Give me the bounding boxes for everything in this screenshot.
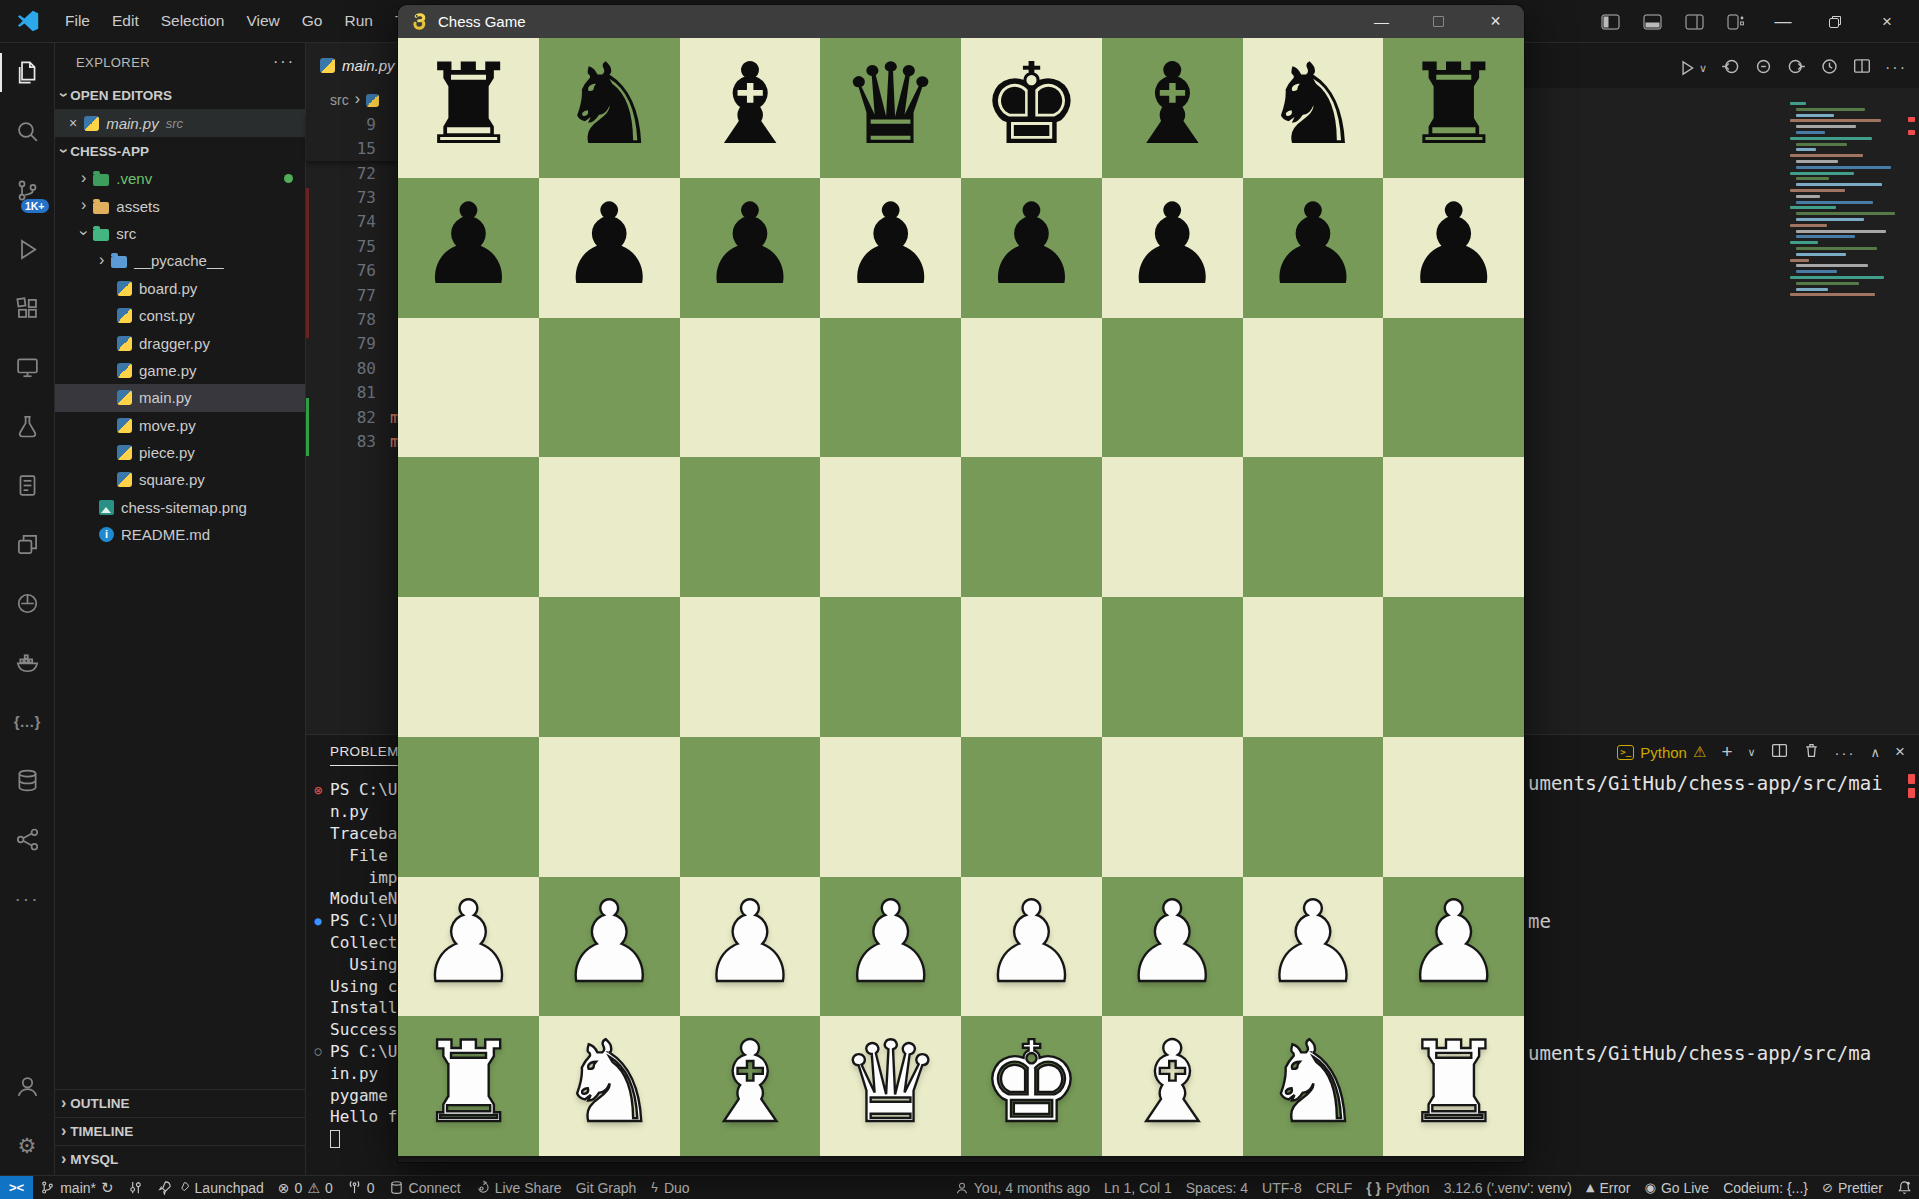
terminal-line: me bbox=[1528, 910, 1551, 932]
square-d3[interactable] bbox=[820, 737, 961, 877]
python-circle-icon[interactable] bbox=[0, 574, 55, 633]
terminal-line: imp bbox=[306, 866, 398, 888]
square-a6[interactable] bbox=[398, 318, 539, 458]
tree-item-game-py[interactable]: game.py bbox=[55, 357, 305, 384]
square-a8[interactable]: ♜ bbox=[398, 38, 539, 178]
square-d5[interactable] bbox=[820, 457, 961, 597]
terminal-line: uments/GitHub/chess-app/src/ma bbox=[1528, 1042, 1871, 1064]
explorer-more-icon[interactable]: ··· bbox=[273, 53, 295, 71]
square-g4[interactable] bbox=[1243, 597, 1384, 737]
line-number: 73 bbox=[306, 188, 376, 207]
timeline-section[interactable]: › TIMELINE bbox=[55, 1117, 305, 1145]
piece-black-pawn-a7[interactable]: ♟ bbox=[418, 188, 518, 300]
terminal-text: PS C:\U bbox=[330, 911, 397, 930]
tree-item-label: README.md bbox=[121, 526, 210, 543]
new-terminal-button[interactable]: + bbox=[1721, 741, 1732, 763]
chevron-right-icon: › bbox=[61, 1151, 66, 1167]
remote-indicator[interactable]: >< bbox=[0, 1176, 33, 1199]
tree-item-board-py[interactable]: board.py bbox=[55, 275, 305, 302]
account-icon[interactable] bbox=[0, 1057, 55, 1116]
chevron-down-icon: › bbox=[56, 148, 72, 153]
run-python-button[interactable]: ∨ bbox=[1678, 59, 1707, 77]
square-e3[interactable] bbox=[961, 737, 1102, 877]
menu-view[interactable]: View bbox=[235, 7, 290, 35]
tree-item--venv[interactable]: ›.venv bbox=[55, 165, 305, 192]
square-b5[interactable] bbox=[539, 457, 680, 597]
gitlens-blame-item[interactable]: You, 4 months ago bbox=[948, 1176, 1097, 1199]
python-file-icon bbox=[117, 418, 132, 433]
kill-terminal-icon[interactable] bbox=[1803, 742, 1820, 762]
square-d6[interactable] bbox=[820, 318, 961, 458]
duo-item[interactable]: ϟDuo bbox=[643, 1176, 696, 1199]
terminal-line: ○PS C:\U bbox=[306, 1041, 398, 1063]
piece-black-bishop-f8[interactable]: ♝ bbox=[1122, 48, 1222, 160]
chevron-right-icon: › bbox=[99, 252, 104, 268]
square-a2[interactable]: ♟ bbox=[398, 877, 539, 1017]
square-a3[interactable] bbox=[398, 737, 539, 877]
extensions-icon[interactable] bbox=[0, 279, 55, 338]
square-g3[interactable] bbox=[1243, 737, 1384, 877]
square-b7[interactable]: ♟ bbox=[539, 178, 680, 318]
chess-window-controls: — × bbox=[1353, 5, 1524, 38]
editor-toolbar: ∨ ··· bbox=[1678, 50, 1907, 86]
code-line-73[interactable]: 73 bbox=[306, 185, 398, 209]
tree-item-readme-md[interactable]: iREADME.md bbox=[55, 521, 305, 548]
command-pending-icon: ○ bbox=[306, 1044, 330, 1058]
piece-black-pawn-g7[interactable]: ♟ bbox=[1263, 188, 1363, 300]
square-b6[interactable] bbox=[539, 318, 680, 458]
square-c8[interactable]: ♝ bbox=[680, 38, 821, 178]
square-a4[interactable] bbox=[398, 597, 539, 737]
piece-white-bishop-f1[interactable]: ♝ bbox=[1122, 1026, 1222, 1138]
piece-black-bishop-c8[interactable]: ♝ bbox=[700, 48, 800, 160]
overview-ruler-error bbox=[1908, 130, 1915, 135]
square-f7[interactable]: ♟ bbox=[1102, 178, 1243, 318]
titlebar-actions: — × bbox=[1593, 0, 1919, 43]
testing-beaker-icon[interactable] bbox=[0, 397, 55, 456]
problems-item[interactable]: ⊗0 ⚠0 bbox=[271, 1176, 340, 1199]
piece-white-pawn-e2[interactable]: ♟ bbox=[981, 886, 1081, 998]
square-f3[interactable] bbox=[1102, 737, 1243, 877]
square-d2[interactable]: ♟ bbox=[820, 877, 961, 1017]
breadcrumb[interactable]: src › bbox=[306, 88, 379, 112]
piece-white-pawn-h2[interactable]: ♟ bbox=[1403, 886, 1503, 998]
open-editor-main-py[interactable]: × main.py src bbox=[55, 109, 305, 137]
piece-white-pawn-a2[interactable]: ♟ bbox=[418, 886, 518, 998]
piece-white-queen-d1[interactable]: ♛ bbox=[840, 1026, 940, 1138]
terminal-text: File bbox=[330, 846, 388, 865]
tree-item-label: __pycache__ bbox=[134, 252, 223, 269]
square-b2[interactable]: ♟ bbox=[539, 877, 680, 1017]
maximize-panel-icon[interactable]: ∧ bbox=[1871, 745, 1881, 760]
square-e1[interactable]: ♚ bbox=[961, 1016, 1102, 1156]
square-h2[interactable]: ♟ bbox=[1383, 877, 1524, 1017]
code-line-78[interactable]: 78 bbox=[306, 307, 398, 331]
square-h1[interactable]: ♜ bbox=[1383, 1016, 1524, 1156]
code-line-81[interactable]: 81 bbox=[306, 381, 398, 405]
tree-item-assets[interactable]: ›assets bbox=[55, 192, 305, 219]
minimap[interactable] bbox=[1790, 102, 1900, 307]
windows-icon[interactable] bbox=[0, 515, 55, 574]
tree-item-piece-py[interactable]: piece.py bbox=[55, 439, 305, 466]
tab-problems[interactable]: PROBLEMS bbox=[330, 744, 408, 759]
explorer-title: EXPLORER bbox=[76, 55, 150, 70]
square-f1[interactable]: ♝ bbox=[1102, 1016, 1243, 1156]
piece-black-pawn-b7[interactable]: ♟ bbox=[559, 188, 659, 300]
piece-white-king-e1[interactable]: ♚ bbox=[981, 1026, 1081, 1138]
toggle-secondary-sidebar-icon[interactable] bbox=[1677, 7, 1711, 37]
piece-black-pawn-e7[interactable]: ♟ bbox=[981, 188, 1081, 300]
square-c1[interactable]: ♝ bbox=[680, 1016, 821, 1156]
braces-icon[interactable]: {…} bbox=[0, 692, 55, 751]
terminal-text: pygame bbox=[330, 1086, 388, 1105]
mysql-section[interactable]: › MYSQL bbox=[55, 1145, 305, 1173]
notifications-bell-icon[interactable] bbox=[1890, 1176, 1919, 1199]
piece-black-king-e8[interactable]: ♚ bbox=[981, 48, 1081, 160]
nav-current-icon[interactable] bbox=[1754, 57, 1773, 80]
tree-item-label: assets bbox=[116, 198, 159, 215]
square-a5[interactable] bbox=[398, 457, 539, 597]
toggle-panel-icon[interactable] bbox=[1635, 7, 1669, 37]
code-line-77[interactable]: 77 bbox=[306, 283, 398, 307]
tree-item-dragger-py[interactable]: dragger.py bbox=[55, 329, 305, 356]
launchpad-item[interactable]: Launchpad bbox=[150, 1176, 271, 1199]
git-graph-item[interactable]: Git Graph bbox=[569, 1176, 644, 1199]
menu-selection[interactable]: Selection bbox=[150, 7, 236, 35]
project-header[interactable]: › CHESS-APP bbox=[55, 137, 305, 165]
terminal-shell-item[interactable]: >_ Python ⚠ bbox=[1617, 743, 1706, 761]
indentation-item[interactable]: Spaces: 4 bbox=[1179, 1176, 1255, 1199]
sliders-item[interactable] bbox=[121, 1176, 150, 1199]
terminal-line bbox=[306, 1128, 398, 1150]
piece-white-knight-b1[interactable]: ♞ bbox=[559, 1026, 659, 1138]
vscode-logo-icon bbox=[16, 9, 40, 33]
gutter-error-bar bbox=[306, 188, 309, 338]
piece-white-knight-g1[interactable]: ♞ bbox=[1263, 1026, 1363, 1138]
terminal-line: Traceba bbox=[306, 823, 398, 845]
terminal-text: Using c bbox=[330, 977, 397, 996]
run-dropdown-icon[interactable]: ∨ bbox=[1699, 62, 1707, 75]
tree-item-label: piece.py bbox=[139, 444, 195, 461]
code-line-83[interactable]: 83m bbox=[306, 429, 398, 453]
chess-minimize-button[interactable]: — bbox=[1353, 5, 1410, 38]
toggle-sidebar-icon[interactable] bbox=[1593, 7, 1627, 37]
piece-white-pawn-b2[interactable]: ♟ bbox=[559, 886, 659, 998]
square-b3[interactable] bbox=[539, 737, 680, 877]
status-bar: >< main* ↻ Launchpad ⊗0 ⚠0 0 Connect L bbox=[0, 1175, 1919, 1199]
piece-black-queen-d8[interactable]: ♛ bbox=[840, 48, 940, 160]
menu-edit[interactable]: Edit bbox=[101, 7, 150, 35]
notes-file-icon[interactable] bbox=[0, 456, 55, 515]
remote-explorer-icon[interactable] bbox=[0, 338, 55, 397]
square-f2[interactable]: ♟ bbox=[1102, 877, 1243, 1017]
chevron-right-icon: › bbox=[355, 91, 360, 107]
chess-close-button[interactable]: × bbox=[1467, 5, 1524, 38]
eol-item[interactable]: CRLF bbox=[1309, 1176, 1360, 1199]
piece-black-pawn-f7[interactable]: ♟ bbox=[1122, 188, 1222, 300]
terminal-text: Traceba bbox=[330, 824, 397, 843]
tree-item-const-py[interactable]: const.py bbox=[55, 302, 305, 329]
window-restore-button[interactable] bbox=[1813, 0, 1857, 43]
python-file-icon bbox=[117, 336, 132, 351]
go-live-item[interactable]: ◉Go Live bbox=[1638, 1176, 1717, 1199]
line-number: 76 bbox=[306, 261, 376, 280]
chess-game-window: Chess Game — × ♜♞♝♛♚♝♞♜♟♟♟♟♟♟♟♟♟♟♟♟♟♟♟♟♜… bbox=[398, 5, 1524, 1162]
square-c4[interactable] bbox=[680, 597, 821, 737]
square-h4[interactable] bbox=[1383, 597, 1524, 737]
line-number: 78 bbox=[306, 310, 376, 329]
line-number: 77 bbox=[306, 286, 376, 305]
open-editors-header[interactable]: › OPEN EDITORS bbox=[55, 81, 305, 109]
terminal-line: ●PS C:\U bbox=[306, 910, 398, 932]
window-minimize-button[interactable]: — bbox=[1761, 0, 1805, 43]
square-g2[interactable]: ♟ bbox=[1243, 877, 1384, 1017]
square-f6[interactable] bbox=[1102, 318, 1243, 458]
line-number: 81 bbox=[306, 383, 376, 402]
square-f8[interactable]: ♝ bbox=[1102, 38, 1243, 178]
line-number: 82 bbox=[306, 408, 376, 427]
piece-black-rook-h8[interactable]: ♜ bbox=[1403, 48, 1503, 160]
piece-white-pawn-c2[interactable]: ♟ bbox=[700, 886, 800, 998]
file-tree: ›.venv›assets›src›__pycache__board.pycon… bbox=[55, 165, 305, 548]
settings-gear-icon[interactable]: ⚙ bbox=[0, 1116, 55, 1175]
tree-item-move-py[interactable]: move.py bbox=[55, 412, 305, 439]
close-panel-icon[interactable]: × bbox=[1895, 742, 1905, 762]
tree-item-label: src bbox=[116, 225, 136, 242]
python-interpreter-item[interactable]: 3.12.6 ('.venv': venv) bbox=[1437, 1176, 1579, 1199]
chevron-right-icon: › bbox=[61, 1123, 66, 1139]
square-g6[interactable] bbox=[1243, 318, 1384, 458]
terminal-text: ModuleN bbox=[330, 889, 397, 908]
square-d7[interactable]: ♟ bbox=[820, 178, 961, 318]
code-line-79[interactable]: 79 bbox=[306, 332, 398, 356]
square-c2[interactable]: ♟ bbox=[680, 877, 821, 1017]
chevron-right-icon: › bbox=[61, 1095, 66, 1111]
square-b1[interactable]: ♞ bbox=[539, 1016, 680, 1156]
tree-item-label: main.py bbox=[139, 389, 192, 406]
square-a1[interactable]: ♜ bbox=[398, 1016, 539, 1156]
python-file-icon bbox=[117, 363, 132, 378]
code-line-80[interactable]: 80 bbox=[306, 356, 398, 380]
git-branch-item[interactable]: main* ↻ bbox=[33, 1176, 120, 1199]
terminal-text: PS C:\U bbox=[330, 1042, 397, 1061]
square-f5[interactable] bbox=[1102, 457, 1243, 597]
square-g5[interactable] bbox=[1243, 457, 1384, 597]
terminal-output-left[interactable]: ⊗PS C:\Un.pyTraceba File impModuleN●PS C… bbox=[306, 779, 398, 1150]
outline-section[interactable]: › OUTLINE bbox=[55, 1089, 305, 1117]
tree-item-label: const.py bbox=[139, 307, 195, 324]
timeline-history-icon[interactable] bbox=[1820, 57, 1839, 80]
terminal-line: ModuleN bbox=[306, 888, 398, 910]
cursor-position-item[interactable]: Ln 1, Col 1 bbox=[1097, 1176, 1179, 1199]
tree-item-src[interactable]: ›src bbox=[55, 220, 305, 247]
square-e5[interactable] bbox=[961, 457, 1102, 597]
python-file-icon bbox=[117, 390, 132, 405]
piece-white-pawn-g2[interactable]: ♟ bbox=[1263, 886, 1363, 998]
piece-black-rook-a8[interactable]: ♜ bbox=[418, 48, 518, 160]
ports-item[interactable]: 0 bbox=[340, 1176, 382, 1199]
piece-black-pawn-d7[interactable]: ♟ bbox=[840, 188, 940, 300]
chevron-down-icon: › bbox=[76, 231, 92, 236]
sql-connect-item[interactable]: Connect bbox=[382, 1176, 468, 1199]
more-tools-icon[interactable]: ··· bbox=[0, 869, 55, 928]
terminal-text: imp bbox=[330, 868, 397, 887]
square-d1[interactable]: ♛ bbox=[820, 1016, 961, 1156]
square-a7[interactable]: ♟ bbox=[398, 178, 539, 318]
square-h3[interactable] bbox=[1383, 737, 1524, 877]
customize-layout-icon[interactable] bbox=[1719, 7, 1753, 37]
scm-badge: 1K+ bbox=[21, 199, 49, 214]
tree-item-main-py[interactable]: main.py bbox=[55, 384, 305, 411]
close-icon[interactable]: × bbox=[69, 115, 77, 131]
folder-icon bbox=[93, 229, 109, 241]
python-file-icon bbox=[320, 58, 335, 73]
database-icon[interactable] bbox=[0, 751, 55, 810]
piece-black-knight-b8[interactable]: ♞ bbox=[559, 48, 659, 160]
line-number: 79 bbox=[306, 334, 376, 353]
language-mode-item[interactable]: { }Python bbox=[1359, 1176, 1436, 1199]
search-icon[interactable] bbox=[0, 102, 55, 161]
terminal-line: Using bbox=[306, 953, 398, 975]
editor-more-actions-icon[interactable]: ··· bbox=[1885, 59, 1907, 77]
explorer-icon[interactable] bbox=[0, 43, 55, 102]
terminal-header: >_ Python ⚠ + ∨ ··· ∧ × bbox=[1617, 741, 1905, 763]
code-line-75[interactable]: 75 bbox=[306, 234, 398, 258]
sync-icon[interactable]: ↻ bbox=[101, 1179, 114, 1197]
square-e2[interactable]: ♟ bbox=[961, 877, 1102, 1017]
nav-back-icon[interactable] bbox=[1721, 57, 1740, 80]
square-d4[interactable] bbox=[820, 597, 961, 737]
piece-white-pawn-f2[interactable]: ♟ bbox=[1122, 886, 1222, 998]
tree-item-chess-sitemap-png[interactable]: chess-sitemap.png bbox=[55, 494, 305, 521]
tree-item-label: board.py bbox=[139, 280, 197, 297]
error-lens-item[interactable]: ▲Error bbox=[1579, 1176, 1638, 1199]
command-success-icon: ● bbox=[306, 914, 330, 928]
image-file-icon bbox=[99, 500, 114, 515]
menu-go[interactable]: Go bbox=[291, 7, 334, 35]
square-e4[interactable] bbox=[961, 597, 1102, 737]
square-c6[interactable] bbox=[680, 318, 821, 458]
square-e6[interactable] bbox=[961, 318, 1102, 458]
line-number: 74 bbox=[306, 212, 376, 231]
codeium-item[interactable]: Codeium: {...} bbox=[1716, 1176, 1815, 1199]
piece-white-rook-a1[interactable]: ♜ bbox=[418, 1026, 518, 1138]
terminal-line: Collect bbox=[306, 932, 398, 954]
tree-item-label: dragger.py bbox=[139, 335, 210, 352]
terminal-line: Using c bbox=[306, 975, 398, 997]
split-editor-icon[interactable] bbox=[1853, 57, 1871, 79]
square-c5[interactable] bbox=[680, 457, 821, 597]
python-file-icon bbox=[84, 116, 99, 131]
panel-more-icon[interactable]: ··· bbox=[1835, 744, 1856, 761]
square-h7[interactable]: ♟ bbox=[1383, 178, 1524, 318]
panel-ruler-error bbox=[1908, 788, 1915, 798]
chess-titlebar[interactable]: Chess Game — × bbox=[398, 5, 1524, 38]
terminal-line: pygame bbox=[306, 1084, 398, 1106]
terminal-text: Using bbox=[330, 955, 397, 974]
terminal-dropdown-icon[interactable]: ∨ bbox=[1747, 746, 1755, 759]
menu-run[interactable]: Run bbox=[333, 7, 383, 35]
code-line-9[interactable]: 9 bbox=[306, 112, 398, 136]
square-f4[interactable] bbox=[1102, 597, 1243, 737]
tree-item--pycache-[interactable]: ›__pycache__ bbox=[55, 247, 305, 274]
overview-ruler-error bbox=[1908, 117, 1915, 122]
error-icon: ⊗ bbox=[306, 782, 330, 798]
terminal-line: File bbox=[306, 844, 398, 866]
square-g1[interactable]: ♞ bbox=[1243, 1016, 1384, 1156]
piece-white-bishop-c1[interactable]: ♝ bbox=[700, 1026, 800, 1138]
run-debug-icon[interactable] bbox=[0, 220, 55, 279]
code-line-15[interactable]: 15 bbox=[306, 136, 398, 160]
screen: FileEditSelectionViewGoRunTerminal — × 1… bbox=[0, 0, 1919, 1199]
source-control-icon[interactable]: 1K+ bbox=[0, 161, 55, 220]
piece-black-pawn-h7[interactable]: ♟ bbox=[1403, 188, 1503, 300]
chevron-down-icon: › bbox=[56, 92, 72, 97]
line-number: 75 bbox=[306, 237, 376, 256]
square-e8[interactable]: ♚ bbox=[961, 38, 1102, 178]
square-b8[interactable]: ♞ bbox=[539, 38, 680, 178]
piece-black-pawn-c7[interactable]: ♟ bbox=[700, 188, 800, 300]
live-share-item[interactable]: Live Share bbox=[468, 1176, 569, 1199]
window-close-button[interactable]: × bbox=[1865, 0, 1909, 43]
square-b4[interactable] bbox=[539, 597, 680, 737]
open-editor-detail: src bbox=[166, 116, 183, 131]
line-number: 80 bbox=[306, 359, 376, 378]
pygame-icon bbox=[410, 12, 429, 31]
split-terminal-icon[interactable] bbox=[1771, 742, 1788, 762]
terminal-line: in.py bbox=[306, 1062, 398, 1084]
square-h8[interactable]: ♜ bbox=[1383, 38, 1524, 178]
terminal-text: PS C:\U bbox=[330, 780, 397, 799]
chevron-right-icon: › bbox=[81, 170, 86, 186]
chevron-right-icon: › bbox=[81, 197, 86, 213]
square-d8[interactable]: ♛ bbox=[820, 38, 961, 178]
python-file-icon bbox=[117, 308, 132, 323]
chess-maximize-button[interactable] bbox=[1410, 5, 1467, 38]
prettier-item[interactable]: ⊘Prettier bbox=[1815, 1176, 1890, 1199]
terminal-icon: >_ bbox=[1617, 745, 1634, 760]
tree-item-label: game.py bbox=[139, 362, 197, 379]
code-lines[interactable]: 7273747576777879808182m83m bbox=[306, 161, 398, 454]
square-c3[interactable] bbox=[680, 737, 821, 877]
piece-white-rook-h1[interactable]: ♜ bbox=[1403, 1026, 1503, 1138]
share-graph-icon[interactable] bbox=[0, 810, 55, 869]
explorer-sidebar: EXPLORER ··· › OPEN EDITORS × main.py sr… bbox=[55, 43, 306, 1175]
code-line-82[interactable]: 82m bbox=[306, 405, 398, 429]
square-g7[interactable]: ♟ bbox=[1243, 178, 1384, 318]
panel-ruler-error bbox=[1908, 774, 1915, 784]
terminal-text: Success bbox=[330, 1020, 397, 1039]
folder-icon bbox=[93, 174, 109, 186]
square-e7[interactable]: ♟ bbox=[961, 178, 1102, 318]
piece-black-knight-g8[interactable]: ♞ bbox=[1263, 48, 1363, 160]
code-line-72[interactable]: 72 bbox=[306, 161, 398, 185]
code-line-74[interactable]: 74 bbox=[306, 210, 398, 234]
nav-forward-icon[interactable] bbox=[1787, 57, 1806, 80]
square-g8[interactable]: ♞ bbox=[1243, 38, 1384, 178]
menu-file[interactable]: File bbox=[54, 7, 101, 35]
square-h6[interactable] bbox=[1383, 318, 1524, 458]
tree-item-square-py[interactable]: square.py bbox=[55, 466, 305, 493]
code-line-76[interactable]: 76 bbox=[306, 259, 398, 283]
piece-white-pawn-d2[interactable]: ♟ bbox=[840, 886, 940, 998]
line-number: 72 bbox=[306, 164, 376, 183]
square-c7[interactable]: ♟ bbox=[680, 178, 821, 318]
encoding-item[interactable]: UTF-8 bbox=[1255, 1176, 1309, 1199]
terminal-cursor bbox=[330, 1130, 340, 1148]
square-h5[interactable] bbox=[1383, 457, 1524, 597]
docker-icon[interactable] bbox=[0, 633, 55, 692]
